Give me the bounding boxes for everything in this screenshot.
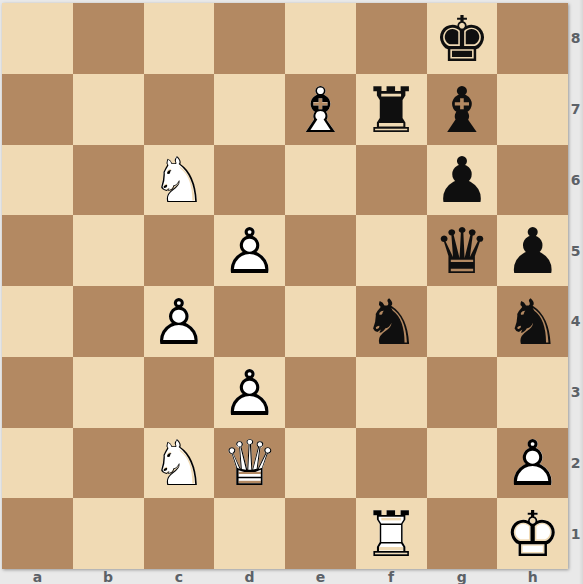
queen-glyph: ♛ (427, 216, 498, 287)
square-a3[interactable] (2, 357, 73, 428)
file-label-a: a (2, 569, 73, 584)
white-pawn-d5[interactable]: ♟♙ (214, 215, 285, 286)
rook-glyph: ♜ (356, 75, 427, 146)
square-a6[interactable] (2, 145, 73, 216)
white-knight-c6[interactable]: ♞♘ (144, 145, 215, 216)
square-g2[interactable] (427, 428, 498, 499)
square-h5[interactable]: ♟ (497, 215, 568, 286)
rook-outline-glyph: ♖ (356, 499, 427, 570)
pawn-glyph: ♟ (497, 216, 568, 287)
square-b6[interactable] (73, 145, 144, 216)
king-glyph: ♚ (427, 4, 498, 75)
window-edge-shading (579, 0, 583, 584)
square-g5[interactable]: ♛ (427, 215, 498, 286)
square-c8[interactable] (144, 3, 215, 74)
square-g8[interactable]: ♚ (427, 3, 498, 74)
knight-glyph: ♞ (497, 287, 568, 358)
black-knight-f4[interactable]: ♞ (356, 286, 427, 357)
square-a5[interactable] (2, 215, 73, 286)
knight-outline-glyph: ♘ (144, 429, 215, 500)
square-d8[interactable] (214, 3, 285, 74)
square-g1[interactable] (427, 498, 498, 569)
black-knight-h4[interactable]: ♞ (497, 286, 568, 357)
pawn-outline-glyph: ♙ (214, 358, 285, 429)
square-h2[interactable]: ♟♙ (497, 428, 568, 499)
pawn-outline-glyph: ♙ (214, 216, 285, 287)
file-label-d: d (214, 569, 285, 584)
square-a7[interactable] (2, 74, 73, 145)
square-h4[interactable]: ♞ (497, 286, 568, 357)
square-a4[interactable] (2, 286, 73, 357)
square-b1[interactable] (73, 498, 144, 569)
file-label-f: f (356, 569, 427, 584)
black-bishop-g7[interactable]: ♝ (427, 74, 498, 145)
square-b5[interactable] (73, 215, 144, 286)
square-f6[interactable] (356, 145, 427, 216)
black-pawn-h5[interactable]: ♟ (497, 215, 568, 286)
square-h1[interactable]: ♚♔ (497, 498, 568, 569)
white-pawn-d3[interactable]: ♟♙ (214, 357, 285, 428)
square-e5[interactable] (285, 215, 356, 286)
black-king-g8[interactable]: ♚ (427, 3, 498, 74)
square-d1[interactable] (214, 498, 285, 569)
square-e2[interactable] (285, 428, 356, 499)
file-label-b: b (73, 569, 144, 584)
square-h6[interactable] (497, 145, 568, 216)
black-pawn-g6[interactable]: ♟ (427, 145, 498, 216)
square-e6[interactable] (285, 145, 356, 216)
square-c5[interactable] (144, 215, 215, 286)
square-h7[interactable] (497, 74, 568, 145)
file-label-e: e (285, 569, 356, 584)
pawn-glyph: ♟ (427, 146, 498, 217)
square-h8[interactable] (497, 3, 568, 74)
square-d6[interactable] (214, 145, 285, 216)
square-f2[interactable] (356, 428, 427, 499)
square-a8[interactable] (2, 3, 73, 74)
square-a1[interactable] (2, 498, 73, 569)
white-bishop-e7[interactable]: ♝♗ (285, 74, 356, 145)
queen-outline-glyph: ♕ (214, 429, 285, 500)
square-c2[interactable]: ♞♘ (144, 428, 215, 499)
square-g7[interactable]: ♝ (427, 74, 498, 145)
square-b4[interactable] (73, 286, 144, 357)
bishop-outline-glyph: ♗ (285, 75, 356, 146)
black-rook-f7[interactable]: ♜ (356, 74, 427, 145)
white-queen-d2[interactable]: ♛♕ (214, 428, 285, 499)
square-h3[interactable] (497, 357, 568, 428)
pawn-outline-glyph: ♙ (497, 429, 568, 500)
square-d7[interactable] (214, 74, 285, 145)
square-f4[interactable]: ♞ (356, 286, 427, 357)
white-knight-c2[interactable]: ♞♘ (144, 428, 215, 499)
knight-glyph: ♞ (356, 287, 427, 358)
king-outline-glyph: ♔ (497, 499, 568, 570)
bishop-glyph: ♝ (427, 75, 498, 146)
square-g4[interactable] (427, 286, 498, 357)
knight-outline-glyph: ♘ (144, 146, 215, 217)
square-b8[interactable] (73, 3, 144, 74)
square-e1[interactable] (285, 498, 356, 569)
square-c7[interactable] (144, 74, 215, 145)
white-pawn-h2[interactable]: ♟♙ (497, 428, 568, 499)
square-f3[interactable] (356, 357, 427, 428)
square-f1[interactable]: ♜♖ (356, 498, 427, 569)
square-c4[interactable]: ♟♙ (144, 286, 215, 357)
square-c1[interactable] (144, 498, 215, 569)
square-e4[interactable] (285, 286, 356, 357)
square-e8[interactable] (285, 3, 356, 74)
square-f8[interactable] (356, 3, 427, 74)
square-d5[interactable]: ♟♙ (214, 215, 285, 286)
file-labels: abcdefgh (2, 569, 568, 584)
square-b2[interactable] (73, 428, 144, 499)
square-d4[interactable] (214, 286, 285, 357)
square-g3[interactable] (427, 357, 498, 428)
pawn-outline-glyph: ♙ (144, 287, 215, 358)
file-label-c: c (144, 569, 215, 584)
square-a2[interactable] (2, 428, 73, 499)
square-e7[interactable]: ♝♗ (285, 74, 356, 145)
square-f5[interactable] (356, 215, 427, 286)
white-rook-f1[interactable]: ♜♖ (356, 498, 427, 569)
white-king-h1[interactable]: ♚♔ (497, 498, 568, 569)
square-f7[interactable]: ♜ (356, 74, 427, 145)
square-c3[interactable] (144, 357, 215, 428)
square-b3[interactable] (73, 357, 144, 428)
file-label-g: g (427, 569, 498, 584)
square-c6[interactable]: ♞♘ (144, 145, 215, 216)
black-queen-g5[interactable]: ♛ (427, 215, 498, 286)
square-b7[interactable] (73, 74, 144, 145)
chess-board: ♚♝♗♜♝♞♘♟♟♙♛♟♟♙♞♞♟♙♞♘♛♕♟♙♜♖♚♔ (2, 3, 568, 569)
file-label-h: h (497, 569, 568, 584)
white-pawn-c4[interactable]: ♟♙ (144, 286, 215, 357)
square-d2[interactable]: ♛♕ (214, 428, 285, 499)
square-d3[interactable]: ♟♙ (214, 357, 285, 428)
square-g6[interactable]: ♟ (427, 145, 498, 216)
square-e3[interactable] (285, 357, 356, 428)
